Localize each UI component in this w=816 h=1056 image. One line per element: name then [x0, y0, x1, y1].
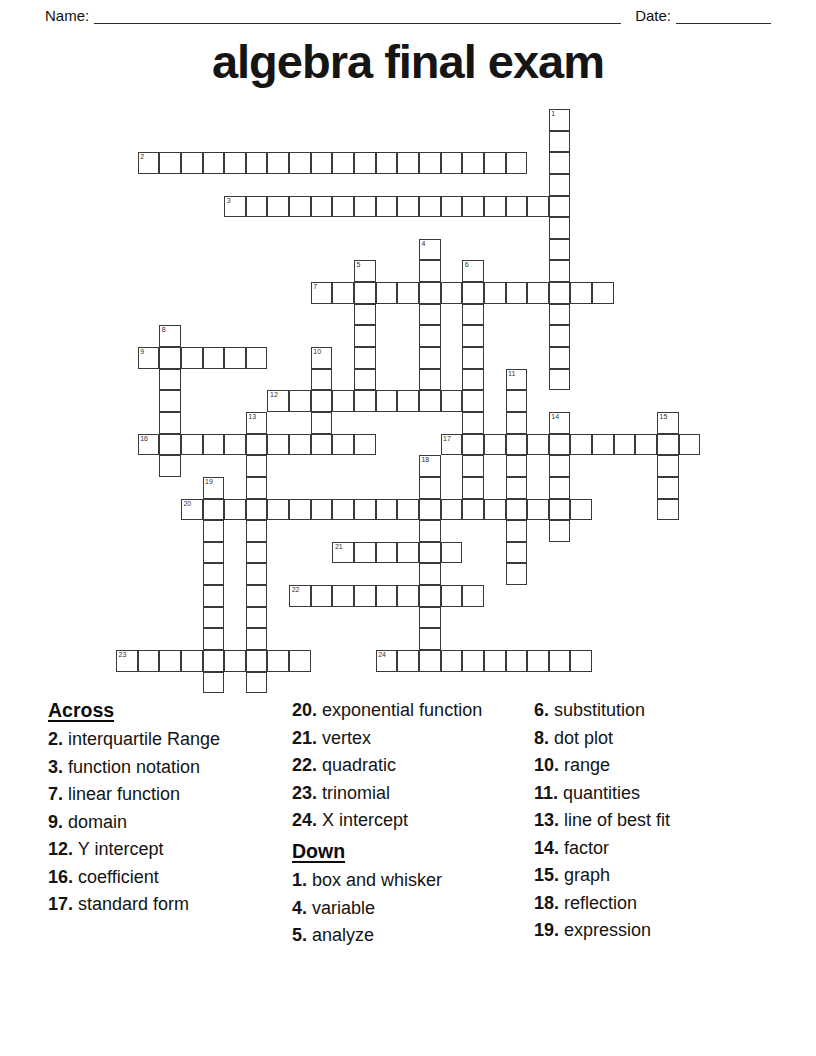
grid-cell[interactable]	[267, 152, 289, 174]
clue-number: 9.	[48, 812, 63, 832]
grid-cell[interactable]	[224, 650, 246, 672]
grid-cell[interactable]	[462, 434, 484, 456]
grid-cell[interactable]	[397, 585, 419, 607]
grid-cell[interactable]	[267, 499, 289, 521]
grid-cell[interactable]	[462, 477, 484, 499]
grid-cell[interactable]	[592, 434, 614, 456]
cell-number: 15	[660, 413, 668, 421]
cell-number: 4	[421, 240, 425, 248]
grid-cell[interactable]	[635, 434, 657, 456]
clue-number: 3.	[48, 757, 63, 777]
grid-cell[interactable]	[246, 152, 268, 174]
grid-cell[interactable]	[506, 152, 528, 174]
clue-number: 10.	[534, 755, 559, 775]
clue-across-2: 2. interquartile Range	[48, 728, 244, 751]
grid-cell[interactable]	[246, 499, 268, 521]
grid-cell[interactable]: 17	[441, 434, 463, 456]
grid-cell[interactable]	[570, 499, 592, 521]
grid-cell[interactable]	[506, 477, 528, 499]
grid-cell[interactable]: 23	[116, 650, 138, 672]
grid-cell[interactable]	[441, 585, 463, 607]
grid-cell[interactable]	[419, 477, 441, 499]
grid-cell[interactable]	[549, 455, 571, 477]
grid-cell[interactable]	[397, 650, 419, 672]
date-label: Date:	[635, 7, 676, 24]
grid-cell[interactable]	[419, 325, 441, 347]
grid-cell[interactable]	[506, 520, 528, 542]
clue-number: 15.	[534, 865, 559, 885]
grid-cell[interactable]	[224, 434, 246, 456]
grid-cell[interactable]	[181, 347, 203, 369]
clue-number: 17.	[48, 894, 73, 914]
clue-across-24: 24. X intercept	[292, 809, 488, 832]
grid-cell[interactable]	[224, 347, 246, 369]
grid-cell[interactable]	[332, 282, 354, 304]
grid-cell[interactable]	[549, 260, 571, 282]
clue-number: 21.	[292, 728, 317, 748]
grid-cell[interactable]	[203, 520, 225, 542]
clue-down-14: 14. factor	[534, 837, 730, 860]
grid-cell[interactable]	[441, 542, 463, 564]
clue-number: 24.	[292, 810, 317, 830]
grid-cell[interactable]	[203, 563, 225, 585]
cell-number: 22	[292, 586, 300, 594]
grid-cell[interactable]	[376, 152, 398, 174]
clue-number: 19.	[534, 920, 559, 940]
grid-cell[interactable]	[203, 672, 225, 694]
grid-cell[interactable]	[354, 304, 376, 326]
clue-number: 16.	[48, 867, 73, 887]
name-label: Name:	[45, 7, 94, 24]
grid-cell[interactable]	[246, 628, 268, 650]
clue-down-13: 13. line of best fit	[534, 809, 730, 832]
grid-cell[interactable]	[311, 412, 333, 434]
clue-across-3: 3. function notation	[48, 756, 244, 779]
grid-cell[interactable]	[549, 282, 571, 304]
grid-cell[interactable]	[203, 607, 225, 629]
grid-cell[interactable]	[332, 152, 354, 174]
clue-down-15: 15. graph	[534, 864, 730, 887]
grid-cell[interactable]	[679, 434, 701, 456]
grid-cell[interactable]	[354, 499, 376, 521]
grid-cell[interactable]	[159, 390, 181, 412]
grid-cell[interactable]	[441, 196, 463, 218]
grid-cell[interactable]	[246, 455, 268, 477]
cell-number: 11	[508, 370, 515, 378]
grid-cell[interactable]	[159, 369, 181, 391]
across-heading: Across	[48, 699, 244, 722]
grid-cell[interactable]: 3	[224, 196, 246, 218]
clue-number: 2.	[48, 729, 63, 749]
grid-cell[interactable]	[203, 650, 225, 672]
clue-across-9: 9. domain	[48, 811, 244, 834]
grid-cell[interactable]	[311, 152, 333, 174]
grid-cell[interactable]: 18	[419, 455, 441, 477]
grid-cell[interactable]	[246, 542, 268, 564]
grid-cell[interactable]	[441, 152, 463, 174]
grid-cell[interactable]	[246, 477, 268, 499]
grid-cell[interactable]: 9	[138, 347, 160, 369]
grid-cell[interactable]	[397, 196, 419, 218]
grid-cell[interactable]	[246, 585, 268, 607]
grid-cell[interactable]	[289, 650, 311, 672]
cell-number: 9	[140, 348, 144, 356]
grid-cell[interactable]	[441, 499, 463, 521]
grid-cell[interactable]	[397, 499, 419, 521]
grid-cell[interactable]	[462, 585, 484, 607]
grid-cell[interactable]	[419, 369, 441, 391]
cell-number: 13	[248, 413, 256, 421]
clue-across-22: 22. quadratic	[292, 754, 488, 777]
grid-cell[interactable]	[549, 520, 571, 542]
clue-down-1: 1. box and whisker	[292, 869, 488, 892]
grid-cell[interactable]	[506, 434, 528, 456]
grid-cell[interactable]	[614, 434, 636, 456]
grid-cell[interactable]	[419, 390, 441, 412]
grid-cell[interactable]	[527, 499, 549, 521]
grid-cell[interactable]: 16	[138, 434, 160, 456]
grid-cell[interactable]	[506, 542, 528, 564]
grid-cell[interactable]	[203, 152, 225, 174]
grid-cell[interactable]	[246, 650, 268, 672]
grid-cell[interactable]	[246, 520, 268, 542]
grid-cell[interactable]	[419, 607, 441, 629]
grid-cell[interactable]	[419, 260, 441, 282]
grid-cell[interactable]	[354, 325, 376, 347]
grid-cell[interactable]	[462, 152, 484, 174]
grid-cell[interactable]	[462, 325, 484, 347]
grid-cell[interactable]	[657, 499, 679, 521]
clue-down-10: 10. range	[534, 754, 730, 777]
grid-cell[interactable]	[203, 585, 225, 607]
grid-cell[interactable]	[332, 390, 354, 412]
clue-down-6: 6. substitution	[534, 699, 730, 722]
grid-cell[interactable]	[376, 585, 398, 607]
grid-cell[interactable]	[506, 499, 528, 521]
grid-cell[interactable]	[159, 412, 181, 434]
grid-cell[interactable]	[484, 196, 506, 218]
clue-number: 20.	[292, 700, 317, 720]
clue-number: 7.	[48, 784, 63, 804]
grid-cell[interactable]	[549, 347, 571, 369]
grid-cell[interactable]	[354, 152, 376, 174]
name-input-line[interactable]	[94, 8, 621, 24]
grid-cell[interactable]: 22	[289, 585, 311, 607]
grid-cell[interactable]: 19	[203, 477, 225, 499]
grid-cell[interactable]: 6	[462, 260, 484, 282]
grid-cell[interactable]	[246, 672, 268, 694]
grid-cell[interactable]	[419, 520, 441, 542]
grid-cell[interactable]	[527, 196, 549, 218]
clue-across-12: 12. Y intercept	[48, 838, 244, 861]
clue-number: 11.	[534, 783, 558, 803]
cell-number: 20	[183, 500, 191, 508]
grid-cell[interactable]	[549, 174, 571, 196]
grid-cell[interactable]	[203, 499, 225, 521]
clue-down-18: 18. reflection	[534, 892, 730, 915]
clue-number: 8.	[534, 728, 549, 748]
grid-cell[interactable]	[354, 585, 376, 607]
grid-cell[interactable]	[246, 563, 268, 585]
grid-cell[interactable]	[419, 196, 441, 218]
grid-cell[interactable]	[441, 282, 463, 304]
clue-across-16: 16. coefficient	[48, 866, 244, 889]
grid-cell[interactable]: 11	[506, 369, 528, 391]
grid-cell[interactable]	[332, 499, 354, 521]
grid-cell[interactable]	[354, 434, 376, 456]
grid-cell[interactable]	[419, 628, 441, 650]
grid-cell[interactable]	[289, 499, 311, 521]
clue-across-7: 7. linear function	[48, 783, 244, 806]
grid-cell[interactable]	[441, 390, 463, 412]
grid-cell[interactable]	[484, 650, 506, 672]
grid-cell[interactable]: 21	[332, 542, 354, 564]
grid-cell[interactable]	[376, 196, 398, 218]
grid-cell[interactable]	[527, 650, 549, 672]
grid-cell[interactable]	[289, 434, 311, 456]
grid-cell[interactable]	[549, 325, 571, 347]
grid-cell[interactable]	[484, 152, 506, 174]
grid-cell[interactable]	[224, 499, 246, 521]
grid-cell[interactable]	[462, 499, 484, 521]
grid-cell[interactable]: 2	[138, 152, 160, 174]
grid-cell[interactable]	[267, 196, 289, 218]
cell-number: 3	[227, 197, 231, 205]
header-row: Name: Date:	[45, 6, 771, 24]
grid-cell[interactable]: 24	[376, 650, 398, 672]
grid-cell[interactable]	[376, 390, 398, 412]
clue-number: 14.	[534, 838, 559, 858]
grid-cell[interactable]	[462, 282, 484, 304]
grid-cell[interactable]	[419, 542, 441, 564]
grid-cell[interactable]	[159, 434, 181, 456]
clue-number: 23.	[292, 783, 317, 803]
grid-cell[interactable]	[159, 650, 181, 672]
page-title: algebra final exam	[0, 34, 816, 89]
clue-across-23: 23. trinomial	[292, 782, 488, 805]
grid-cell[interactable]	[181, 650, 203, 672]
grid-cell[interactable]	[289, 390, 311, 412]
grid-cell[interactable]: 1	[549, 109, 571, 131]
grid-cell[interactable]	[657, 434, 679, 456]
cell-number: 19	[205, 478, 213, 486]
grid-cell[interactable]	[246, 347, 268, 369]
grid-cell[interactable]	[549, 196, 571, 218]
clue-number: 5.	[292, 925, 307, 945]
date-input-line[interactable]	[676, 8, 771, 24]
cell-number: 5	[357, 261, 361, 269]
down-heading: Down	[292, 840, 488, 863]
grid-cell[interactable]	[462, 304, 484, 326]
grid-cell[interactable]	[311, 369, 333, 391]
grid-cell[interactable]: 13	[246, 412, 268, 434]
grid-cell[interactable]	[246, 607, 268, 629]
grid-cell[interactable]	[549, 477, 571, 499]
grid-cell[interactable]	[462, 412, 484, 434]
grid-cell[interactable]	[549, 650, 571, 672]
grid-cell[interactable]: 20	[181, 499, 203, 521]
grid-cell[interactable]	[354, 390, 376, 412]
grid-cell[interactable]	[506, 563, 528, 585]
grid-cell[interactable]	[570, 282, 592, 304]
grid-cell[interactable]	[549, 369, 571, 391]
grid-cell[interactable]	[267, 650, 289, 672]
grid-cell[interactable]	[138, 650, 160, 672]
grid-cell[interactable]	[354, 347, 376, 369]
clue-number: 6.	[534, 700, 549, 720]
clue-number: 13.	[534, 810, 559, 830]
grid-cell[interactable]	[311, 585, 333, 607]
grid-cell[interactable]	[397, 152, 419, 174]
grid-cell[interactable]	[246, 434, 268, 456]
grid-cell[interactable]	[506, 650, 528, 672]
clue-across-20: 20. exponential function	[292, 699, 488, 722]
grid-cell[interactable]	[441, 650, 463, 672]
grid-cell[interactable]	[527, 434, 549, 456]
grid-cell[interactable]	[246, 196, 268, 218]
grid-cell[interactable]	[570, 650, 592, 672]
cell-number: 18	[421, 456, 429, 464]
grid-cell[interactable]: 4	[419, 239, 441, 261]
grid-cell[interactable]: 14	[549, 412, 571, 434]
grid-cell[interactable]	[419, 304, 441, 326]
grid-cell[interactable]	[484, 282, 506, 304]
grid-cell[interactable]	[354, 542, 376, 564]
clue-number: 4.	[292, 898, 307, 918]
cell-number: 10	[313, 348, 321, 356]
grid-cell[interactable]: 10	[311, 347, 333, 369]
grid-cell[interactable]	[419, 563, 441, 585]
clue-number: 1.	[292, 870, 307, 890]
cell-number: 8	[162, 326, 166, 334]
clue-down-4: 4. variable	[292, 897, 488, 920]
cell-number: 2	[140, 153, 144, 161]
cell-number: 23	[119, 651, 127, 659]
grid-cell[interactable]	[484, 499, 506, 521]
grid-cell[interactable]	[462, 650, 484, 672]
cell-number: 6	[465, 261, 469, 269]
grid-cell[interactable]: 8	[159, 325, 181, 347]
grid-cell[interactable]	[506, 390, 528, 412]
crossword-grid: 123456789101112131415161718192021222324	[116, 109, 700, 693]
grid-cell[interactable]	[419, 499, 441, 521]
cell-number: 16	[140, 435, 148, 443]
clue-down-5: 5. analyze	[292, 924, 488, 947]
grid-cell[interactable]	[397, 542, 419, 564]
grid-cell[interactable]	[354, 369, 376, 391]
grid-cell[interactable]	[419, 585, 441, 607]
clue-number: 12.	[48, 839, 73, 859]
grid-cell[interactable]	[419, 347, 441, 369]
grid-cell[interactable]	[657, 477, 679, 499]
clue-column: Across2. interquartile Range3. function …	[48, 699, 244, 921]
clue-down-11: 11. quantities	[534, 782, 730, 805]
grid-cell[interactable]	[376, 499, 398, 521]
grid-cell[interactable]	[592, 282, 614, 304]
grid-cell[interactable]	[419, 282, 441, 304]
clue-number: 22.	[292, 755, 317, 775]
grid-cell[interactable]	[376, 282, 398, 304]
grid-cell[interactable]	[549, 499, 571, 521]
cell-number: 24	[378, 651, 386, 659]
grid-cell[interactable]: 12	[267, 390, 289, 412]
grid-cell[interactable]	[311, 390, 333, 412]
cell-number: 1	[551, 110, 555, 118]
grid-cell[interactable]	[159, 347, 181, 369]
cell-number: 7	[313, 283, 317, 291]
grid-cell[interactable]: 15	[657, 412, 679, 434]
grid-cell[interactable]	[462, 196, 484, 218]
cell-number: 21	[335, 543, 343, 551]
clue-across-17: 17. standard form	[48, 893, 244, 916]
grid-cell[interactable]	[462, 347, 484, 369]
grid-cell[interactable]	[203, 347, 225, 369]
grid-cell[interactable]	[549, 304, 571, 326]
grid-cell[interactable]	[549, 239, 571, 261]
grid-cell[interactable]	[397, 282, 419, 304]
grid-cell[interactable]	[506, 455, 528, 477]
grid-cell[interactable]	[159, 152, 181, 174]
grid-cell[interactable]	[549, 152, 571, 174]
grid-cell[interactable]: 7	[311, 282, 333, 304]
grid-cell[interactable]	[419, 650, 441, 672]
grid-cell[interactable]	[332, 434, 354, 456]
grid-cell[interactable]	[506, 196, 528, 218]
grid-cell[interactable]	[657, 455, 679, 477]
grid-cell[interactable]	[354, 196, 376, 218]
grid-cell[interactable]	[549, 434, 571, 456]
grid-cell[interactable]	[549, 217, 571, 239]
grid-cell[interactable]	[462, 369, 484, 391]
grid-cell[interactable]	[354, 282, 376, 304]
grid-cell[interactable]	[159, 455, 181, 477]
grid-cell[interactable]	[267, 434, 289, 456]
clue-down-19: 19. expression	[534, 919, 730, 942]
grid-cell[interactable]	[181, 434, 203, 456]
grid-cell[interactable]	[224, 152, 246, 174]
grid-cell[interactable]	[527, 282, 549, 304]
clue-down-8: 8. dot plot	[534, 727, 730, 750]
grid-cell[interactable]	[203, 628, 225, 650]
clue-column: 20. exponential function21. vertex22. qu…	[292, 699, 488, 952]
grid-cell[interactable]	[311, 434, 333, 456]
grid-cell[interactable]	[506, 412, 528, 434]
grid-cell[interactable]	[332, 196, 354, 218]
grid-cell[interactable]	[332, 585, 354, 607]
grid-cell[interactable]	[203, 542, 225, 564]
grid-cell[interactable]	[570, 434, 592, 456]
grid-cell[interactable]	[376, 542, 398, 564]
grid-cell[interactable]	[419, 152, 441, 174]
grid-cell[interactable]	[311, 499, 333, 521]
cell-number: 12	[270, 391, 278, 399]
grid-cell[interactable]: 5	[354, 260, 376, 282]
grid-cell[interactable]	[311, 196, 333, 218]
grid-cell[interactable]	[397, 390, 419, 412]
grid-cell[interactable]	[181, 152, 203, 174]
grid-cell[interactable]	[506, 282, 528, 304]
grid-cell[interactable]	[289, 196, 311, 218]
grid-cell[interactable]	[462, 455, 484, 477]
clue-number: 18.	[534, 893, 559, 913]
grid-cell[interactable]	[549, 131, 571, 153]
grid-cell[interactable]	[289, 152, 311, 174]
cell-number: 17	[443, 435, 451, 443]
grid-cell[interactable]	[462, 390, 484, 412]
grid-cell[interactable]	[484, 434, 506, 456]
grid-cell[interactable]	[203, 434, 225, 456]
clue-column: 6. substitution8. dot plot10. range11. q…	[534, 699, 730, 947]
